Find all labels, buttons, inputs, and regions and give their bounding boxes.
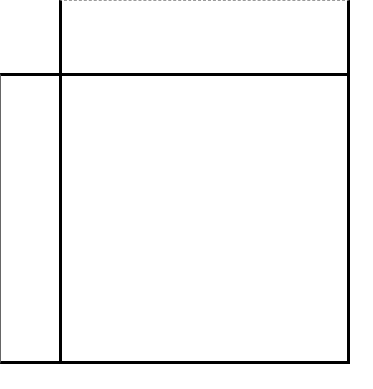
- row-clues-panel: [0, 73, 59, 364]
- bottom-axis-label-10: [233, 368, 252, 388]
- right-axis-label-15: [350, 344, 373, 363]
- nonogram-puzzle: [0, 0, 373, 389]
- bottom-axis-label-5: [138, 368, 157, 388]
- column-clues-panel: [59, 0, 350, 73]
- right-axis-label-5: [350, 152, 373, 171]
- bottom-axis-label-15: [328, 368, 347, 388]
- board-grid: [59, 73, 350, 364]
- right-axis-label-10: [350, 247, 373, 266]
